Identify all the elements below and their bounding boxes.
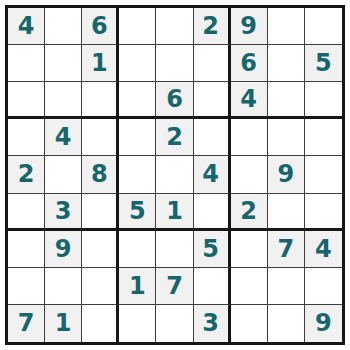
cell-r2c6[interactable]	[194, 45, 231, 82]
cell-r2c2[interactable]	[45, 45, 82, 82]
cell-r7c8[interactable]: 7	[268, 231, 305, 268]
cell-r9c1[interactable]: 7	[8, 305, 45, 342]
sudoku-board: 46291656442284935129574177139	[5, 5, 345, 345]
cell-r8c9[interactable]	[305, 268, 342, 305]
cell-r4c1[interactable]	[8, 119, 45, 156]
cell-r3c8[interactable]	[268, 82, 305, 119]
cell-r2c4[interactable]	[119, 45, 156, 82]
cell-r4c3[interactable]	[82, 119, 119, 156]
cell-r4c6[interactable]	[194, 119, 231, 156]
cell-r4c4[interactable]	[119, 119, 156, 156]
cell-r3c9[interactable]	[305, 82, 342, 119]
cell-r9c2[interactable]: 1	[45, 305, 82, 342]
cell-r6c2[interactable]: 3	[45, 194, 82, 231]
cell-r6c8[interactable]	[268, 194, 305, 231]
cell-r9c8[interactable]	[268, 305, 305, 342]
cell-r9c4[interactable]	[119, 305, 156, 342]
cell-r8c1[interactable]	[8, 268, 45, 305]
cell-r9c7[interactable]	[231, 305, 268, 342]
cell-r9c6[interactable]: 3	[194, 305, 231, 342]
cell-r3c7[interactable]: 4	[231, 82, 268, 119]
cell-r6c7[interactable]: 2	[231, 194, 268, 231]
cell-r7c5[interactable]	[156, 231, 193, 268]
cell-r2c1[interactable]	[8, 45, 45, 82]
cell-r2c9[interactable]: 5	[305, 45, 342, 82]
cell-r1c7[interactable]: 9	[231, 8, 268, 45]
cell-r6c4[interactable]: 5	[119, 194, 156, 231]
cell-r1c8[interactable]	[268, 8, 305, 45]
cell-r7c7[interactable]	[231, 231, 268, 268]
cell-r8c8[interactable]	[268, 268, 305, 305]
cell-r9c5[interactable]	[156, 305, 193, 342]
cell-r8c3[interactable]	[82, 268, 119, 305]
cell-r2c5[interactable]	[156, 45, 193, 82]
cell-r1c4[interactable]	[119, 8, 156, 45]
cell-r1c9[interactable]	[305, 8, 342, 45]
cell-r5c3[interactable]: 8	[82, 156, 119, 193]
cell-r7c9[interactable]: 4	[305, 231, 342, 268]
cell-r6c6[interactable]	[194, 194, 231, 231]
cell-r1c1[interactable]: 4	[8, 8, 45, 45]
cell-r7c3[interactable]	[82, 231, 119, 268]
cell-r9c9[interactable]: 9	[305, 305, 342, 342]
cell-r5c5[interactable]	[156, 156, 193, 193]
cell-r4c9[interactable]	[305, 119, 342, 156]
cell-r4c8[interactable]	[268, 119, 305, 156]
cell-r1c3[interactable]: 6	[82, 8, 119, 45]
cell-r8c4[interactable]: 1	[119, 268, 156, 305]
cell-r8c7[interactable]	[231, 268, 268, 305]
cell-r7c6[interactable]: 5	[194, 231, 231, 268]
cell-r1c2[interactable]	[45, 8, 82, 45]
cell-r3c2[interactable]	[45, 82, 82, 119]
cell-r7c2[interactable]: 9	[45, 231, 82, 268]
cell-r3c6[interactable]	[194, 82, 231, 119]
cell-r3c3[interactable]	[82, 82, 119, 119]
cell-r4c7[interactable]	[231, 119, 268, 156]
cell-r1c5[interactable]	[156, 8, 193, 45]
cell-r5c2[interactable]	[45, 156, 82, 193]
cell-r6c9[interactable]	[305, 194, 342, 231]
cell-r1c6[interactable]: 2	[194, 8, 231, 45]
cell-r4c5[interactable]: 2	[156, 119, 193, 156]
cell-r4c2[interactable]: 4	[45, 119, 82, 156]
cell-r6c5[interactable]: 1	[156, 194, 193, 231]
cell-r5c1[interactable]: 2	[8, 156, 45, 193]
cell-r5c4[interactable]	[119, 156, 156, 193]
cell-r3c4[interactable]	[119, 82, 156, 119]
cell-r5c6[interactable]: 4	[194, 156, 231, 193]
cell-r8c2[interactable]	[45, 268, 82, 305]
cell-r2c7[interactable]: 6	[231, 45, 268, 82]
cell-r8c5[interactable]: 7	[156, 268, 193, 305]
cell-r3c1[interactable]	[8, 82, 45, 119]
cell-r7c1[interactable]	[8, 231, 45, 268]
cell-r6c3[interactable]	[82, 194, 119, 231]
cell-r5c7[interactable]	[231, 156, 268, 193]
cell-r5c8[interactable]: 9	[268, 156, 305, 193]
cell-r8c6[interactable]	[194, 268, 231, 305]
cell-r7c4[interactable]	[119, 231, 156, 268]
cell-r9c3[interactable]	[82, 305, 119, 342]
cell-r5c9[interactable]	[305, 156, 342, 193]
cell-r2c3[interactable]: 1	[82, 45, 119, 82]
cell-r3c5[interactable]: 6	[156, 82, 193, 119]
cell-r6c1[interactable]	[8, 194, 45, 231]
cell-r2c8[interactable]	[268, 45, 305, 82]
